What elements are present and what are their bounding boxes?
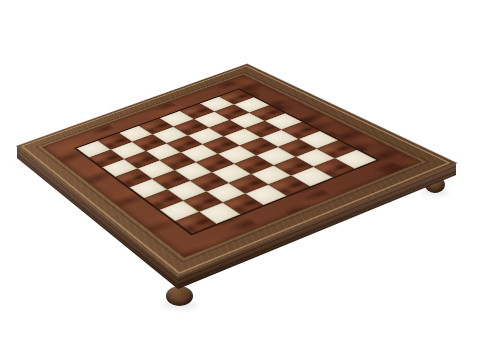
chessboard (17, 64, 456, 277)
bun-foot-near (166, 286, 193, 306)
product-photo-chessboard (0, 0, 480, 339)
